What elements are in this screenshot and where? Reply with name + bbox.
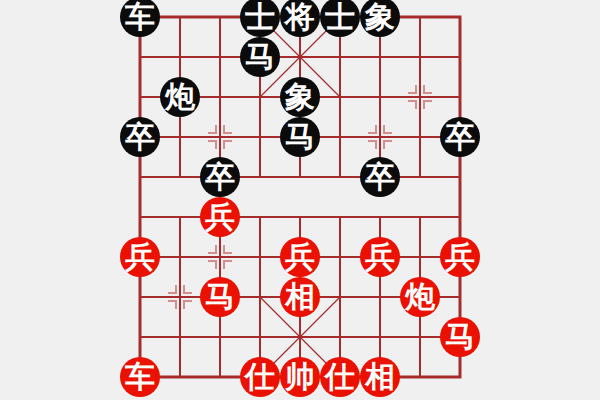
piece-red-elephant[interactable]: 相 xyxy=(280,277,320,317)
piece-red-general[interactable]: 帅 xyxy=(280,357,320,397)
piece-red-chariot[interactable]: 车 xyxy=(120,357,160,397)
piece-black-horse[interactable]: 马 xyxy=(240,37,280,77)
piece-black-soldier[interactable]: 卒 xyxy=(440,117,480,157)
piece-black-soldier[interactable]: 卒 xyxy=(120,117,160,157)
piece-black-soldier[interactable]: 卒 xyxy=(360,157,400,197)
piece-black-general[interactable]: 将 xyxy=(280,0,320,37)
piece-red-soldier[interactable]: 兵 xyxy=(120,237,160,277)
piece-black-elephant[interactable]: 象 xyxy=(280,77,320,117)
app-background: 车士将士象马炮象卒马卒卒卒兵兵兵兵兵马相炮马车仕帅仕相 xyxy=(0,0,600,400)
piece-red-soldier[interactable]: 兵 xyxy=(200,197,240,237)
piece-red-elephant[interactable]: 相 xyxy=(360,357,400,397)
piece-black-elephant[interactable]: 象 xyxy=(360,0,400,37)
piece-black-advisor[interactable]: 士 xyxy=(240,0,280,37)
piece-black-advisor[interactable]: 士 xyxy=(320,0,360,37)
piece-red-advisor[interactable]: 仕 xyxy=(320,357,360,397)
piece-black-chariot[interactable]: 车 xyxy=(120,0,160,37)
piece-red-horse[interactable]: 马 xyxy=(440,317,480,357)
piece-red-soldier[interactable]: 兵 xyxy=(360,237,400,277)
xiangqi-board[interactable]: 车士将士象马炮象卒马卒卒卒兵兵兵兵兵马相炮马车仕帅仕相 xyxy=(0,0,600,400)
piece-red-horse[interactable]: 马 xyxy=(200,277,240,317)
piece-black-soldier[interactable]: 卒 xyxy=(200,157,240,197)
piece-red-soldier[interactable]: 兵 xyxy=(440,237,480,277)
piece-red-cannon[interactable]: 炮 xyxy=(400,277,440,317)
piece-black-horse[interactable]: 马 xyxy=(280,117,320,157)
piece-red-advisor[interactable]: 仕 xyxy=(240,357,280,397)
pieces-layer: 车士将士象马炮象卒马卒卒卒兵兵兵兵兵马相炮马车仕帅仕相 xyxy=(0,0,600,400)
piece-red-soldier[interactable]: 兵 xyxy=(280,237,320,277)
piece-black-cannon[interactable]: 炮 xyxy=(160,77,200,117)
